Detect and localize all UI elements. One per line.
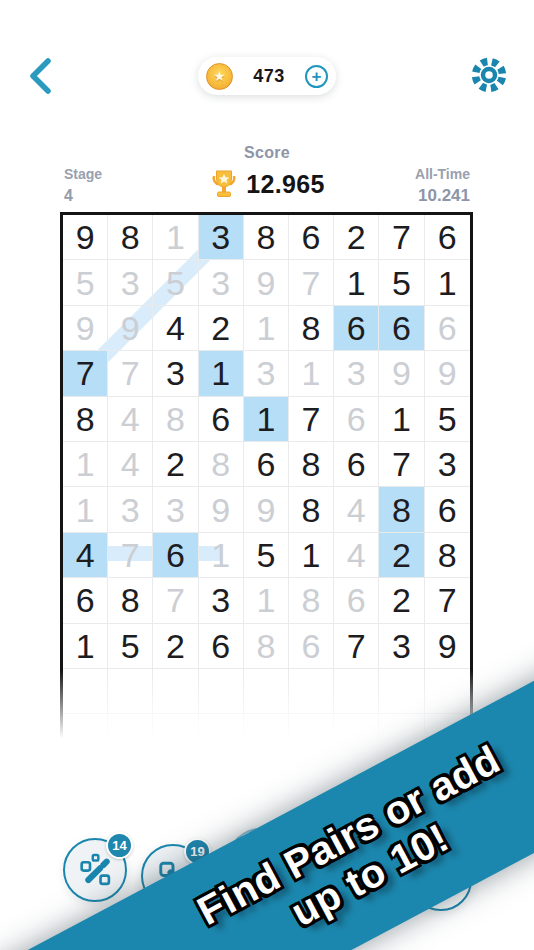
grid-cell-r4c6: 1 — [289, 351, 334, 396]
grid-cell-r9c2[interactable]: 8 — [108, 578, 153, 623]
grid-cell-r10c4[interactable]: 6 — [199, 624, 244, 669]
grid-cell-r7c4: 9 — [199, 487, 244, 532]
grid-cell-r6c7[interactable]: 6 — [334, 442, 379, 487]
score-label: Score — [0, 144, 534, 162]
grid-cell-r6c1: 1 — [63, 442, 108, 487]
banner-text: Find Pairs or add up to 10! — [190, 737, 528, 950]
grid-cell-r10c6: 6 — [289, 624, 334, 669]
grid-cell-r8c3[interactable]: 6 — [153, 533, 198, 578]
grid-cell-r4c4[interactable]: 1 — [199, 351, 244, 396]
grid-cell-r4c3[interactable]: 3 — [153, 351, 198, 396]
score-value: 12.965 — [246, 170, 324, 199]
grid-cell-r8c2: 7 — [108, 533, 153, 578]
grid-cell-r1c5[interactable]: 8 — [244, 215, 289, 260]
grid-cell-r8c1[interactable]: 4 — [63, 533, 108, 578]
grid-cell-r2c9[interactable]: 1 — [425, 260, 470, 305]
grid-cell-r3c3[interactable]: 4 — [153, 306, 198, 351]
grid-cell-r7c1: 1 — [63, 487, 108, 532]
coin-wallet-pill[interactable]: ★ 473 + — [198, 57, 336, 95]
grid-cell-r3c2: 9 — [108, 306, 153, 351]
grid-cell-r1c9[interactable]: 6 — [425, 215, 470, 260]
grid-cell-r6c6[interactable]: 8 — [289, 442, 334, 487]
grid-cell-r1c8[interactable]: 7 — [379, 215, 424, 260]
grid-cell-r6c3[interactable]: 2 — [153, 442, 198, 487]
grid-cell-r2c8[interactable]: 5 — [379, 260, 424, 305]
grid-cell-r5c4[interactable]: 6 — [199, 397, 244, 442]
grid-cell-r9c5: 1 — [244, 578, 289, 623]
star-coin-icon: ★ — [206, 63, 233, 90]
grid-cell-r1c7[interactable]: 2 — [334, 215, 379, 260]
grid-cell-r3c4[interactable]: 2 — [199, 306, 244, 351]
grid-cell-r10c3[interactable]: 2 — [153, 624, 198, 669]
grid-cell-r7c9[interactable]: 6 — [425, 487, 470, 532]
grid-cell-r9c7: 6 — [334, 578, 379, 623]
grid-cell-r8c7: 4 — [334, 533, 379, 578]
number-grid: 9813862765353971519942186667731313998486… — [60, 212, 473, 760]
grid-cell-r4c8: 9 — [379, 351, 424, 396]
settings-button[interactable] — [466, 52, 512, 98]
grid-cell-r5c7: 6 — [334, 397, 379, 442]
grid-cell-r5c8[interactable]: 1 — [379, 397, 424, 442]
grid-cell-r7c2: 3 — [108, 487, 153, 532]
grid-cell-r4c7: 3 — [334, 351, 379, 396]
coin-count: 473 — [253, 66, 285, 87]
grid-cell-r3c1: 9 — [63, 306, 108, 351]
grid-cell-r5c6[interactable]: 7 — [289, 397, 334, 442]
trophy-icon — [209, 168, 239, 200]
grid-cell-r7c5: 9 — [244, 487, 289, 532]
grid-cell-r2c3: 5 — [153, 260, 198, 305]
grid-cell-r4c1[interactable]: 7 — [63, 351, 108, 396]
grid-cell-r10c9[interactable]: 9 — [425, 624, 470, 669]
grid-cell-r4c2: 7 — [108, 351, 153, 396]
grid-cell-r2c6: 7 — [289, 260, 334, 305]
magic-wand-count-badge: 14 — [106, 832, 133, 859]
grid-cell-r8c9[interactable]: 8 — [425, 533, 470, 578]
grid-cell-r1c4[interactable]: 3 — [199, 215, 244, 260]
grid-cell-r7c7: 4 — [334, 487, 379, 532]
grid-cell-r7c3: 3 — [153, 487, 198, 532]
grid-cell-r3c6[interactable]: 8 — [289, 306, 334, 351]
grid-cell-r6c5[interactable]: 6 — [244, 442, 289, 487]
grid-cell-r5c5[interactable]: 1 — [244, 397, 289, 442]
grid-cell-r10c2[interactable]: 5 — [108, 624, 153, 669]
grid-cell-r1c6[interactable]: 6 — [289, 215, 334, 260]
grid-cell-r8c5[interactable]: 5 — [244, 533, 289, 578]
grid-cell-r5c2: 4 — [108, 397, 153, 442]
add-coins-button[interactable]: + — [305, 65, 328, 88]
grid-cell-r10c8[interactable]: 3 — [379, 624, 424, 669]
grid-cell-r3c5: 1 — [244, 306, 289, 351]
grid-cell-r4c5: 3 — [244, 351, 289, 396]
grid-cell-r3c7[interactable]: 6 — [334, 306, 379, 351]
grid-cell-r1c2[interactable]: 8 — [108, 215, 153, 260]
grid-cell-r4c9: 9 — [425, 351, 470, 396]
grid-cell-r7c6[interactable]: 8 — [289, 487, 334, 532]
gear-icon — [466, 52, 512, 98]
grid-cell-r7c8[interactable]: 8 — [379, 487, 424, 532]
grid-cell-r8c6[interactable]: 1 — [289, 533, 334, 578]
grid-cell-r5c3: 8 — [153, 397, 198, 442]
grid-cell-r6c4: 8 — [199, 442, 244, 487]
grid-cell-r2c1: 5 — [63, 260, 108, 305]
grid-cell-r5c9[interactable]: 5 — [425, 397, 470, 442]
magic-wand-icon — [75, 850, 115, 890]
grid-cell-r1c3: 1 — [153, 215, 198, 260]
grid-cell-r9c3: 7 — [153, 578, 198, 623]
grid-cell-r10c5: 8 — [244, 624, 289, 669]
game-screen: ★ 473 + Score Stage 4 All-Time 10.241 12… — [0, 0, 534, 950]
current-score: 12.965 — [0, 168, 534, 200]
grid-cell-r10c7[interactable]: 7 — [334, 624, 379, 669]
back-button[interactable] — [24, 56, 58, 96]
grid-cell-r10c1[interactable]: 1 — [63, 624, 108, 669]
grid-cell-r2c7[interactable]: 1 — [334, 260, 379, 305]
grid-cell-r1c1[interactable]: 9 — [63, 215, 108, 260]
grid-cell-r9c6: 8 — [289, 578, 334, 623]
grid-cell-r9c9[interactable]: 7 — [425, 578, 470, 623]
grid-cell-r6c2: 4 — [108, 442, 153, 487]
grid-cell-r6c8[interactable]: 7 — [379, 442, 424, 487]
grid-cell-r2c2: 3 — [108, 260, 153, 305]
grid-cell-r2c5: 9 — [244, 260, 289, 305]
grid-cell-r5c1[interactable]: 8 — [63, 397, 108, 442]
grid-cell-r9c8[interactable]: 2 — [379, 578, 424, 623]
grid-cell-r2c4: 3 — [199, 260, 244, 305]
chevron-left-icon — [24, 56, 58, 96]
grid-cell-r3c9: 6 — [425, 306, 470, 351]
grid-cell-r9c4[interactable]: 3 — [199, 578, 244, 623]
grid-cell-r8c4: 1 — [199, 533, 244, 578]
grid-cell-r8c8[interactable]: 2 — [379, 533, 424, 578]
grid-cell-r6c9[interactable]: 3 — [425, 442, 470, 487]
grid-cell-r3c8[interactable]: 6 — [379, 306, 424, 351]
grid-cell-r9c1[interactable]: 6 — [63, 578, 108, 623]
